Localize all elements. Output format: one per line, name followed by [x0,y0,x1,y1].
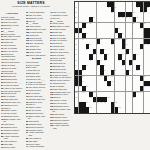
cell-number: 42 [79,33,80,34]
cell-number: 77 [133,60,134,61]
cell-number: 52 [75,44,76,45]
clue-item: 24 Barely made, with out [26,115,48,120]
cell-number: 82 [122,65,123,66]
cell-number: 68 [108,54,109,55]
cell-number: 61 [104,49,105,50]
cell-number: 107 [93,92,95,93]
clue-column-d [76,114,93,150]
grid-cell[interactable] [147,23,150,28]
clue-column-e [95,114,112,150]
cell-number: 23 [133,12,134,13]
cell-number: 17 [108,7,109,8]
cell-number: 119 [115,102,117,103]
grid-cell[interactable] [147,97,150,102]
cell-number: 69 [122,54,123,55]
cell-number: 49 [115,39,116,40]
grid-cell[interactable] [147,102,150,107]
cell-number: 67 [100,54,101,55]
cell-number: 117 [100,102,102,103]
crossword-grid: 1234567891011121314151617181920212223242… [74,1,150,114]
cell-number: 2 [79,1,80,2]
cell-number: 3 [82,1,83,2]
cell-number: 102 [108,86,110,87]
cell-number: 58 [147,44,148,45]
cell-number: 88 [129,70,130,71]
cell-number: 53 [90,44,91,45]
cell-number: 110 [75,97,77,98]
cell-number: 21 [75,12,76,13]
cell-number: 105 [75,92,77,93]
cell-number: 118 [104,102,106,103]
cell-number: 11 [118,1,119,2]
puzzle-header: SIZE MATTERS By Emmett Quigley / Edited … [0,1,62,8]
cell-number: 7 [97,1,98,2]
cell-number: 84 [140,65,141,66]
cell-number: 106 [82,92,84,93]
cell-number: 48 [100,39,101,40]
cell-number: 65 [75,54,76,55]
clue-column-f [114,114,131,150]
cell-number: 97 [104,81,105,82]
clue-item: 116 Neither's partner [50,119,73,122]
cell-number: 20 [147,7,148,8]
clue-item: 14 Clothing label info [26,98,48,101]
clue-item: 78 Barely made, with out [1,118,23,123]
grid-cell[interactable] [147,17,150,22]
cell-number: 103 [144,86,146,87]
cell-number: 15 [133,1,134,2]
cell-number: 91 [100,76,101,77]
clue-column-b: 92 Actress Thurman95 Part of a flight96 … [26,11,48,149]
cell-number: 98 [111,81,112,82]
clue-item: 7 Dressed to the ___ [26,78,48,81]
cell-number: 112 [108,97,110,98]
cell-number: 71 [137,54,138,55]
grid-cell[interactable] [147,107,150,112]
grid-cell[interactable] [147,92,150,97]
cell-number: 95 [144,76,145,77]
cell-number: 100 [79,86,81,87]
cell-number: 8 [100,1,101,2]
grid-cell[interactable]: 20 [147,7,150,12]
cell-number: 5 [90,1,91,2]
cell-number: 116 [97,102,99,103]
cell-number: 115 [93,102,95,103]
cell-number: 38 [82,28,83,29]
cell-number: 22 [111,12,112,13]
grid-cell[interactable] [147,76,150,81]
cell-number: 50 [118,39,119,40]
grid-cell[interactable] [147,12,150,17]
cell-number: 34 [86,23,87,24]
cell-number: 89 [137,70,138,71]
cell-number: 25 [144,12,145,13]
black-square [147,28,150,33]
cell-number: 12 [122,1,123,2]
cell-number: 87 [115,70,116,71]
cell-number: 43 [86,33,87,34]
cell-number: 9 [104,1,105,2]
clue-column-g [133,114,150,150]
cell-number: 13 [126,1,127,2]
cell-number: 66 [93,54,94,55]
cell-number: 18 [115,7,116,8]
grid-cell[interactable] [147,60,150,65]
cell-number: 35 [90,23,91,24]
grid-cell[interactable] [147,49,150,54]
cell-number: 60 [86,49,87,50]
cell-number: 57 [144,44,145,45]
cell-number: 70 [126,54,127,55]
cell-number: 114 [86,102,88,103]
cell-number: 79 [86,65,87,66]
cell-number: 4 [86,1,87,2]
cell-number: 39 [118,28,119,29]
cell-number: 113 [133,97,135,98]
cell-number: 99 [75,86,76,87]
cell-number: 108 [137,92,139,93]
cell-number: 29 [122,17,123,18]
clue-item: 118 Author unknown: Abbr. [50,124,73,129]
cell-number: 1 [75,1,76,2]
cell-number: 75 [104,60,105,61]
clue-column-a: ACROSS1 Greek vowel10 Actress Thurman16 … [1,11,23,149]
cell-number: 31 [129,17,130,18]
cell-number: 90 [82,76,83,77]
cell-number: 76 [118,60,119,61]
cell-number: 51 [126,39,127,40]
cell-number: 27 [93,17,94,18]
clue-item: 85 Dressed to the ___ [50,71,73,74]
grid-cell[interactable] [147,65,150,70]
cell-number: 81 [104,65,105,66]
cell-number: 19 [137,7,138,8]
cell-number: 101 [86,86,88,87]
across-header: ACROSS [1,12,23,15]
cell-number: 37 [144,23,145,24]
black-square [147,33,150,38]
magazine-page: SIZE MATTERS By Emmett Quigley / Edited … [0,0,150,150]
cell-number: 10 [115,1,116,2]
cell-number: 109 [140,92,142,93]
cell-number: 55 [111,44,112,45]
clue-item: 41 Actress Thurman [26,145,48,148]
clue-column-c: 42 Part of a flight44 Opposite of sml.47… [50,11,73,149]
cell-number: 30 [126,17,127,18]
cell-number: 83 [129,65,130,66]
cell-number: 54 [97,44,98,45]
cell-number: 33 [75,23,76,24]
cell-number: 46 [75,39,76,40]
cell-number: 85 [82,70,83,71]
cell-number: 72 [75,60,76,61]
cell-number: 92 [108,76,109,77]
cell-number: 6 [93,1,94,2]
cell-number: 121 [118,107,120,108]
cell-number: 44 [115,33,116,34]
cell-number: 56 [126,44,127,45]
down-header: DOWN [26,57,48,60]
clue-item: 121 Prefix with phone [26,54,48,57]
cell-number: 47 [82,39,83,40]
clue-item: 111 Barely made, with out [50,108,73,113]
clue-item: 31 Author unknown: Abbr. [26,131,48,136]
cell-number: 73 [90,60,91,61]
grid-cell[interactable]: 58 [147,44,150,49]
cell-number: 86 [104,70,105,71]
cell-number: 93 [111,76,112,77]
cell-number: 16 [75,7,76,8]
cell-number: 59 [75,49,76,50]
grid-cell[interactable] [147,70,150,75]
cell-number: 111 [90,97,92,98]
clue-item: 59 Home of the brave? [1,87,23,90]
cell-number: 104 [147,86,149,87]
cell-number: 78 [75,65,76,66]
cell-number: 45 [122,33,123,34]
cell-number: 41 [75,33,76,34]
cell-number: 24 [140,12,141,13]
grid-cell[interactable]: 104 [147,86,150,91]
grid-cell[interactable] [147,54,150,59]
cell-number: 64 [140,49,141,50]
cell-number: 36 [133,23,134,24]
cell-number: 96 [82,81,83,82]
cell-number: 28 [118,17,119,18]
cell-number: 63 [129,49,130,50]
cell-number: 14 [129,1,130,2]
cell-number: 62 [122,49,123,50]
cell-number: 74 [100,60,101,61]
clue-item: 86 Author unknown: Abbr. [1,135,23,140]
cell-number: 26 [75,17,76,18]
cell-number: 120 [90,107,92,108]
cell-number: 94 [126,76,127,77]
cell-number: 80 [97,65,98,66]
byline: By Emmett Quigley / Edited by Will Short… [0,5,62,8]
cell-number: 32 [137,17,138,18]
cell-number: 40 [140,28,141,29]
clue-item: 90 Greek vowel [1,146,23,149]
